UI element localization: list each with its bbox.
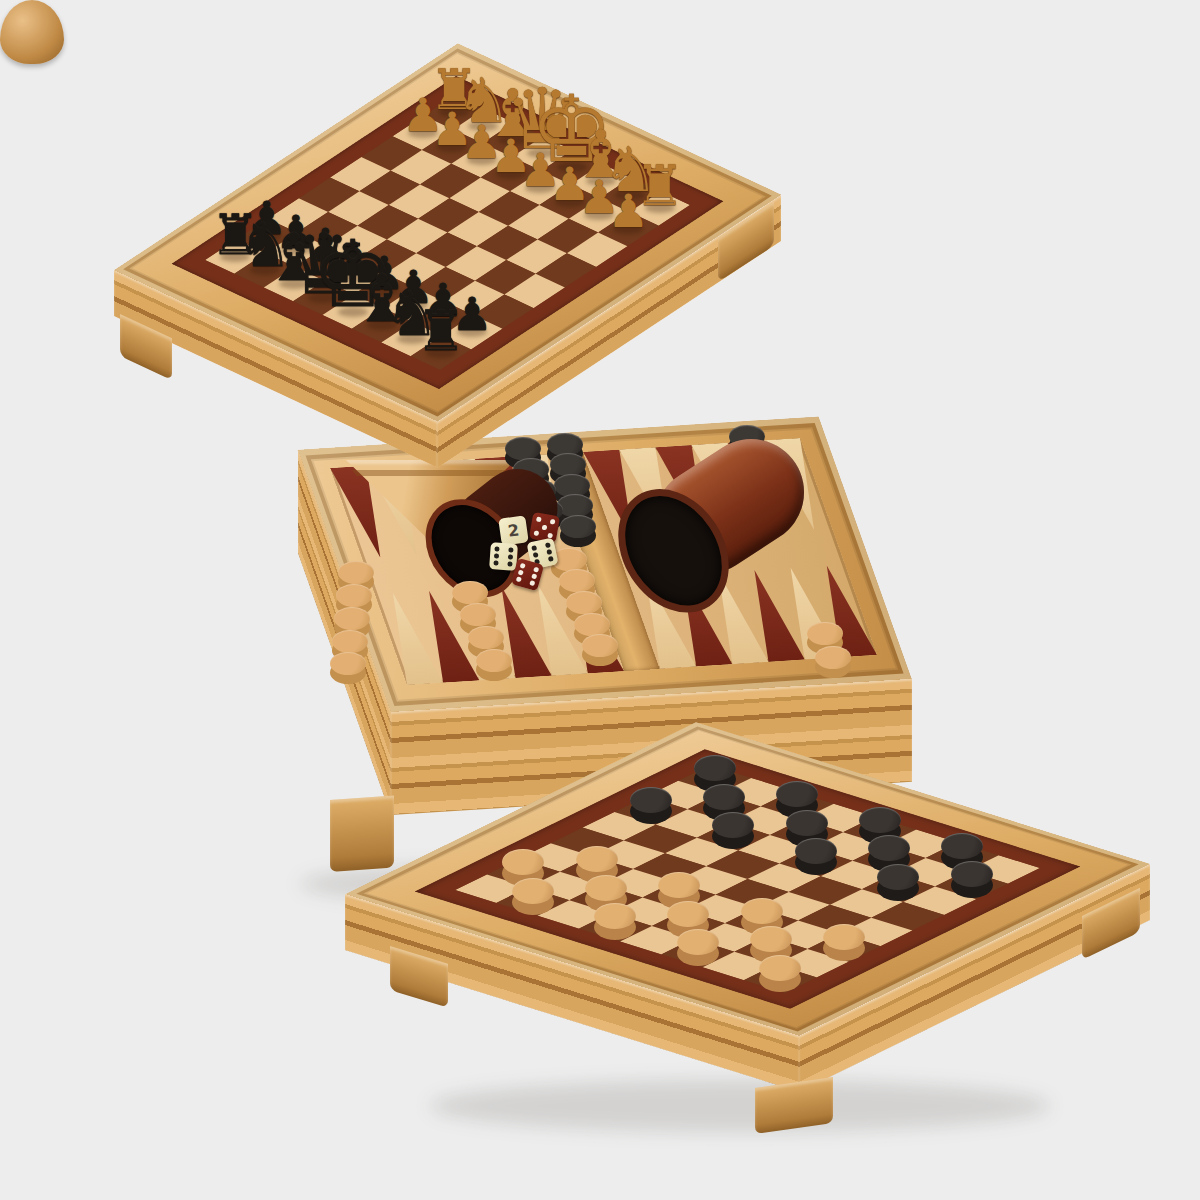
- die-pip: [548, 556, 554, 562]
- die-pip: [542, 525, 548, 531]
- die-pip: [507, 561, 512, 566]
- checker-light-top: [658, 872, 700, 898]
- checker-dark-top: [951, 861, 993, 887]
- checker-light: [594, 903, 636, 940]
- product-photo-three-tier-game-set: 2 ♜♞♝♛♚♝♞♜♟♟♟♟♟♟♟♟♟♟♟♟♟♟♟♟♜♞♝♛♚♝♞♜: [0, 0, 1200, 1200]
- bg-checker-light-top: [332, 630, 368, 653]
- bg-checker-dark-top: [547, 433, 583, 456]
- bg-checker-light-top: [468, 626, 504, 649]
- shadow-checkers: [430, 1080, 1050, 1132]
- die-pip: [520, 563, 526, 569]
- die-ivory-2: 2: [498, 515, 528, 545]
- bg-checker-light-top: [559, 569, 595, 592]
- die-pip: [518, 570, 524, 576]
- checker-light-top: [512, 878, 554, 904]
- die-pip: [532, 545, 538, 551]
- checker-dark-top: [877, 864, 919, 890]
- die-pip: [546, 549, 552, 555]
- die-pip: [533, 567, 539, 573]
- backgammon-front-foot: [0, 0, 64, 64]
- checker-light-top: [741, 898, 783, 924]
- bg-checker-light: [476, 649, 512, 681]
- bg-checker-light-top: [574, 613, 610, 636]
- die-pip: [547, 532, 553, 538]
- bg-checker-light: [330, 652, 366, 684]
- checker-light-top: [759, 955, 801, 981]
- die-pip: [549, 519, 555, 525]
- die-numeral: 2: [498, 515, 528, 545]
- die-pip: [516, 576, 522, 582]
- checker-light-top: [823, 924, 865, 950]
- bg-checker-light: [582, 634, 618, 666]
- die-pip: [494, 560, 499, 565]
- checker-dark: [951, 861, 993, 898]
- checker-light-top: [667, 901, 709, 927]
- bg-checker-light: [815, 646, 851, 678]
- backgammon-left-foot: [330, 796, 394, 872]
- checker-dark-top: [776, 781, 818, 807]
- checker-light-top: [576, 846, 618, 872]
- die-pip: [534, 530, 540, 536]
- checker-dark-top: [795, 838, 837, 864]
- die-pip: [533, 552, 539, 558]
- checker-dark-top: [694, 755, 736, 781]
- die-pip: [529, 580, 535, 586]
- die-pip: [495, 547, 500, 552]
- checker-light-top: [677, 929, 719, 955]
- checker-dark-top: [941, 833, 983, 859]
- checker-dark: [795, 838, 837, 875]
- backgammon-right-foot: [0, 0, 64, 64]
- checker-light-top: [585, 875, 627, 901]
- checker-light: [677, 929, 719, 966]
- die-pip: [545, 543, 551, 549]
- checker-light: [759, 955, 801, 992]
- checker-dark-top: [630, 787, 672, 813]
- bg-checker-light-top: [334, 607, 370, 630]
- die-pip: [508, 554, 513, 559]
- checker-dark: [712, 812, 754, 849]
- checker-dark: [877, 864, 919, 901]
- die-pip: [531, 573, 537, 579]
- checker-light: [512, 878, 554, 915]
- bg-checker-light-top: [807, 622, 843, 645]
- checker-dark-top: [703, 784, 745, 810]
- bg-checker-light-top: [336, 584, 372, 607]
- checker-dark: [630, 787, 672, 824]
- bg-checker-light-top: [452, 581, 488, 604]
- die-pip: [536, 517, 542, 523]
- checker-dark-top: [859, 807, 901, 833]
- checker-light: [823, 924, 865, 961]
- checker-dark-top: [786, 810, 828, 836]
- die-pip: [494, 553, 499, 558]
- bg-checker-light-top: [476, 649, 512, 672]
- die-pip: [508, 548, 513, 553]
- chess-board: [114, 43, 781, 421]
- die-ivory-6: [489, 542, 518, 571]
